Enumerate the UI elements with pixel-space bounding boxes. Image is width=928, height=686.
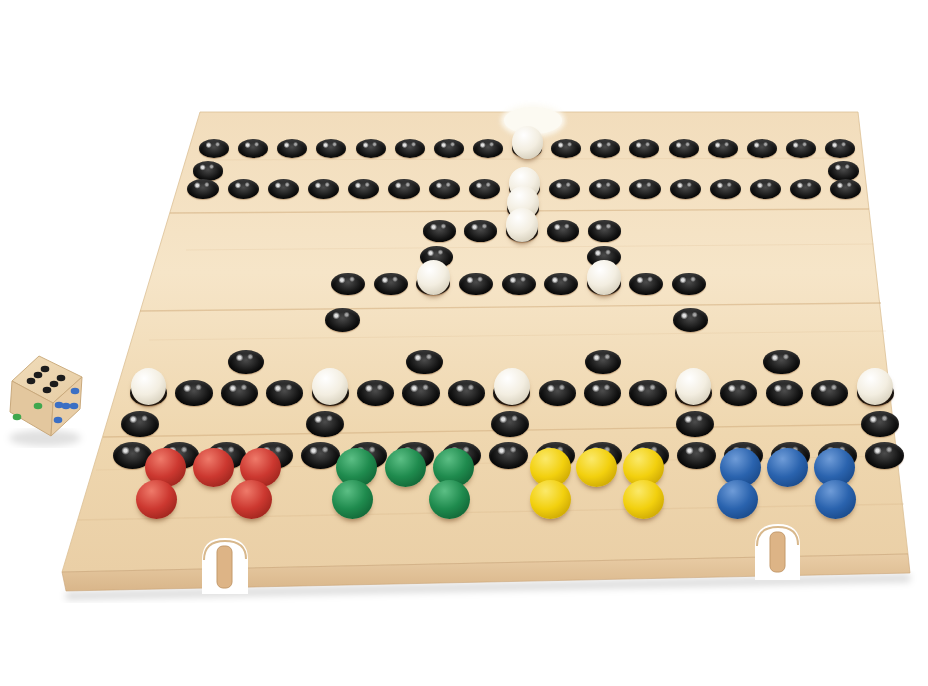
hole-home-row-c13[interactable] — [677, 442, 716, 469]
hole-pyramid-row-9-c8[interactable] — [459, 273, 493, 296]
hole-barricade-row-c16[interactable] — [811, 380, 848, 405]
hole-top-row-c15[interactable] — [747, 139, 777, 158]
white-barricade-marble[interactable] — [587, 260, 621, 295]
hole-second-row-c15[interactable] — [750, 179, 781, 199]
white-barricade-marble[interactable] — [312, 368, 348, 405]
hole-pyramid-row-9-c5[interactable] — [331, 273, 365, 296]
hole-barricade-row-c7[interactable] — [402, 380, 439, 405]
red-start-marble[interactable] — [231, 480, 272, 519]
hole-top-links-c17[interactable] — [828, 161, 859, 181]
hole-top-row-c13[interactable] — [669, 139, 699, 158]
hole-five-links-c17[interactable] — [861, 411, 899, 437]
hole-top-row-c17[interactable] — [825, 139, 855, 158]
white-barricade-marble[interactable] — [512, 126, 543, 158]
hole-quad-links-c15[interactable] — [763, 350, 799, 375]
hole-top-row-c1[interactable] — [199, 139, 229, 158]
hole-pyramid-row-5-c11[interactable] — [588, 220, 620, 241]
blue-start-marble[interactable] — [717, 480, 758, 519]
hole-second-row-c16[interactable] — [790, 179, 821, 199]
hole-pyramid-row-9-c6[interactable] — [374, 273, 408, 296]
green-start-marble[interactable] — [429, 480, 470, 519]
hole-second-row-c6[interactable] — [388, 179, 419, 199]
hole-second-row-c7[interactable] — [429, 179, 460, 199]
hole-second-row-c17[interactable] — [830, 179, 861, 199]
hole-second-row-c4[interactable] — [308, 179, 339, 199]
blue-start-marble[interactable] — [767, 448, 808, 487]
hole-second-row-c12[interactable] — [629, 179, 660, 199]
white-barricade-marble[interactable] — [506, 208, 539, 242]
hole-top-row-c4[interactable] — [316, 139, 346, 158]
hole-second-row-c14[interactable] — [710, 179, 741, 199]
red-start-marble[interactable] — [136, 480, 177, 519]
hole-top-row-c8[interactable] — [473, 139, 503, 158]
hole-five-links-c5[interactable] — [306, 411, 344, 437]
hole-pyramid-row-9-c13[interactable] — [672, 273, 706, 296]
hole-pyramid-foot-links-c13[interactable] — [673, 308, 708, 331]
hole-second-row-c10[interactable] — [549, 179, 580, 199]
hole-top-links-c1[interactable] — [193, 161, 224, 181]
yellow-start-marble[interactable] — [530, 480, 571, 519]
scene — [0, 0, 928, 686]
hole-top-row-c14[interactable] — [708, 139, 738, 158]
hole-home-row-c9[interactable] — [489, 442, 528, 469]
hole-pyramid-row-9-c9[interactable] — [502, 273, 536, 296]
pieces-layer — [0, 0, 928, 686]
hole-top-row-c5[interactable] — [356, 139, 386, 158]
green-start-marble[interactable] — [385, 448, 426, 487]
red-start-marble[interactable] — [193, 448, 234, 487]
hole-home-row-c17[interactable] — [865, 442, 904, 469]
hole-top-row-c2[interactable] — [238, 139, 268, 158]
hole-top-row-c11[interactable] — [590, 139, 620, 158]
hole-quad-links-c3[interactable] — [228, 350, 264, 375]
yellow-start-marble[interactable] — [623, 480, 664, 519]
hole-top-row-c10[interactable] — [551, 139, 581, 158]
hole-top-row-c3[interactable] — [277, 139, 307, 158]
hole-barricade-row-c4[interactable] — [266, 380, 303, 405]
hole-second-row-c3[interactable] — [268, 179, 299, 199]
hole-barricade-row-c8[interactable] — [448, 380, 485, 405]
hole-barricade-row-c10[interactable] — [539, 380, 576, 405]
hole-barricade-row-c6[interactable] — [357, 380, 394, 405]
white-barricade-marble[interactable] — [494, 368, 530, 405]
hole-barricade-row-c2[interactable] — [175, 380, 212, 405]
hole-pyramid-row-5-c8[interactable] — [464, 220, 496, 241]
hole-second-row-c8[interactable] — [469, 179, 500, 199]
green-start-marble[interactable] — [332, 480, 373, 519]
hole-second-row-c1[interactable] — [187, 179, 218, 199]
hole-barricade-row-c15[interactable] — [766, 380, 803, 405]
hole-top-row-c6[interactable] — [395, 139, 425, 158]
hole-barricade-row-c14[interactable] — [720, 380, 757, 405]
hole-quad-links-c7[interactable] — [406, 350, 442, 375]
blue-start-marble[interactable] — [815, 480, 856, 519]
hole-home-row-c5[interactable] — [301, 442, 340, 469]
hole-pyramid-foot-links-c5[interactable] — [325, 308, 360, 331]
hole-pyramid-row-9-c12[interactable] — [629, 273, 663, 296]
hole-quad-links-c11[interactable] — [585, 350, 621, 375]
hole-second-row-c2[interactable] — [228, 179, 259, 199]
hole-barricade-row-c12[interactable] — [629, 380, 666, 405]
hole-five-links-c1[interactable] — [121, 411, 159, 437]
hole-second-row-c5[interactable] — [348, 179, 379, 199]
hole-barricade-row-c11[interactable] — [584, 380, 621, 405]
hole-second-row-c11[interactable] — [589, 179, 620, 199]
white-barricade-marble[interactable] — [857, 368, 893, 405]
hole-second-row-c13[interactable] — [670, 179, 701, 199]
hole-pyramid-row-5-c10[interactable] — [547, 220, 579, 241]
yellow-start-marble[interactable] — [576, 448, 617, 487]
hole-pyramid-row-5-c7[interactable] — [423, 220, 455, 241]
hole-five-links-c13[interactable] — [676, 411, 714, 437]
hole-top-row-c7[interactable] — [434, 139, 464, 158]
hole-top-row-c16[interactable] — [786, 139, 816, 158]
hole-barricade-row-c3[interactable] — [221, 380, 258, 405]
hole-pyramid-row-9-c10[interactable] — [544, 273, 578, 296]
hole-top-row-c12[interactable] — [629, 139, 659, 158]
hole-five-links-c9[interactable] — [491, 411, 529, 437]
